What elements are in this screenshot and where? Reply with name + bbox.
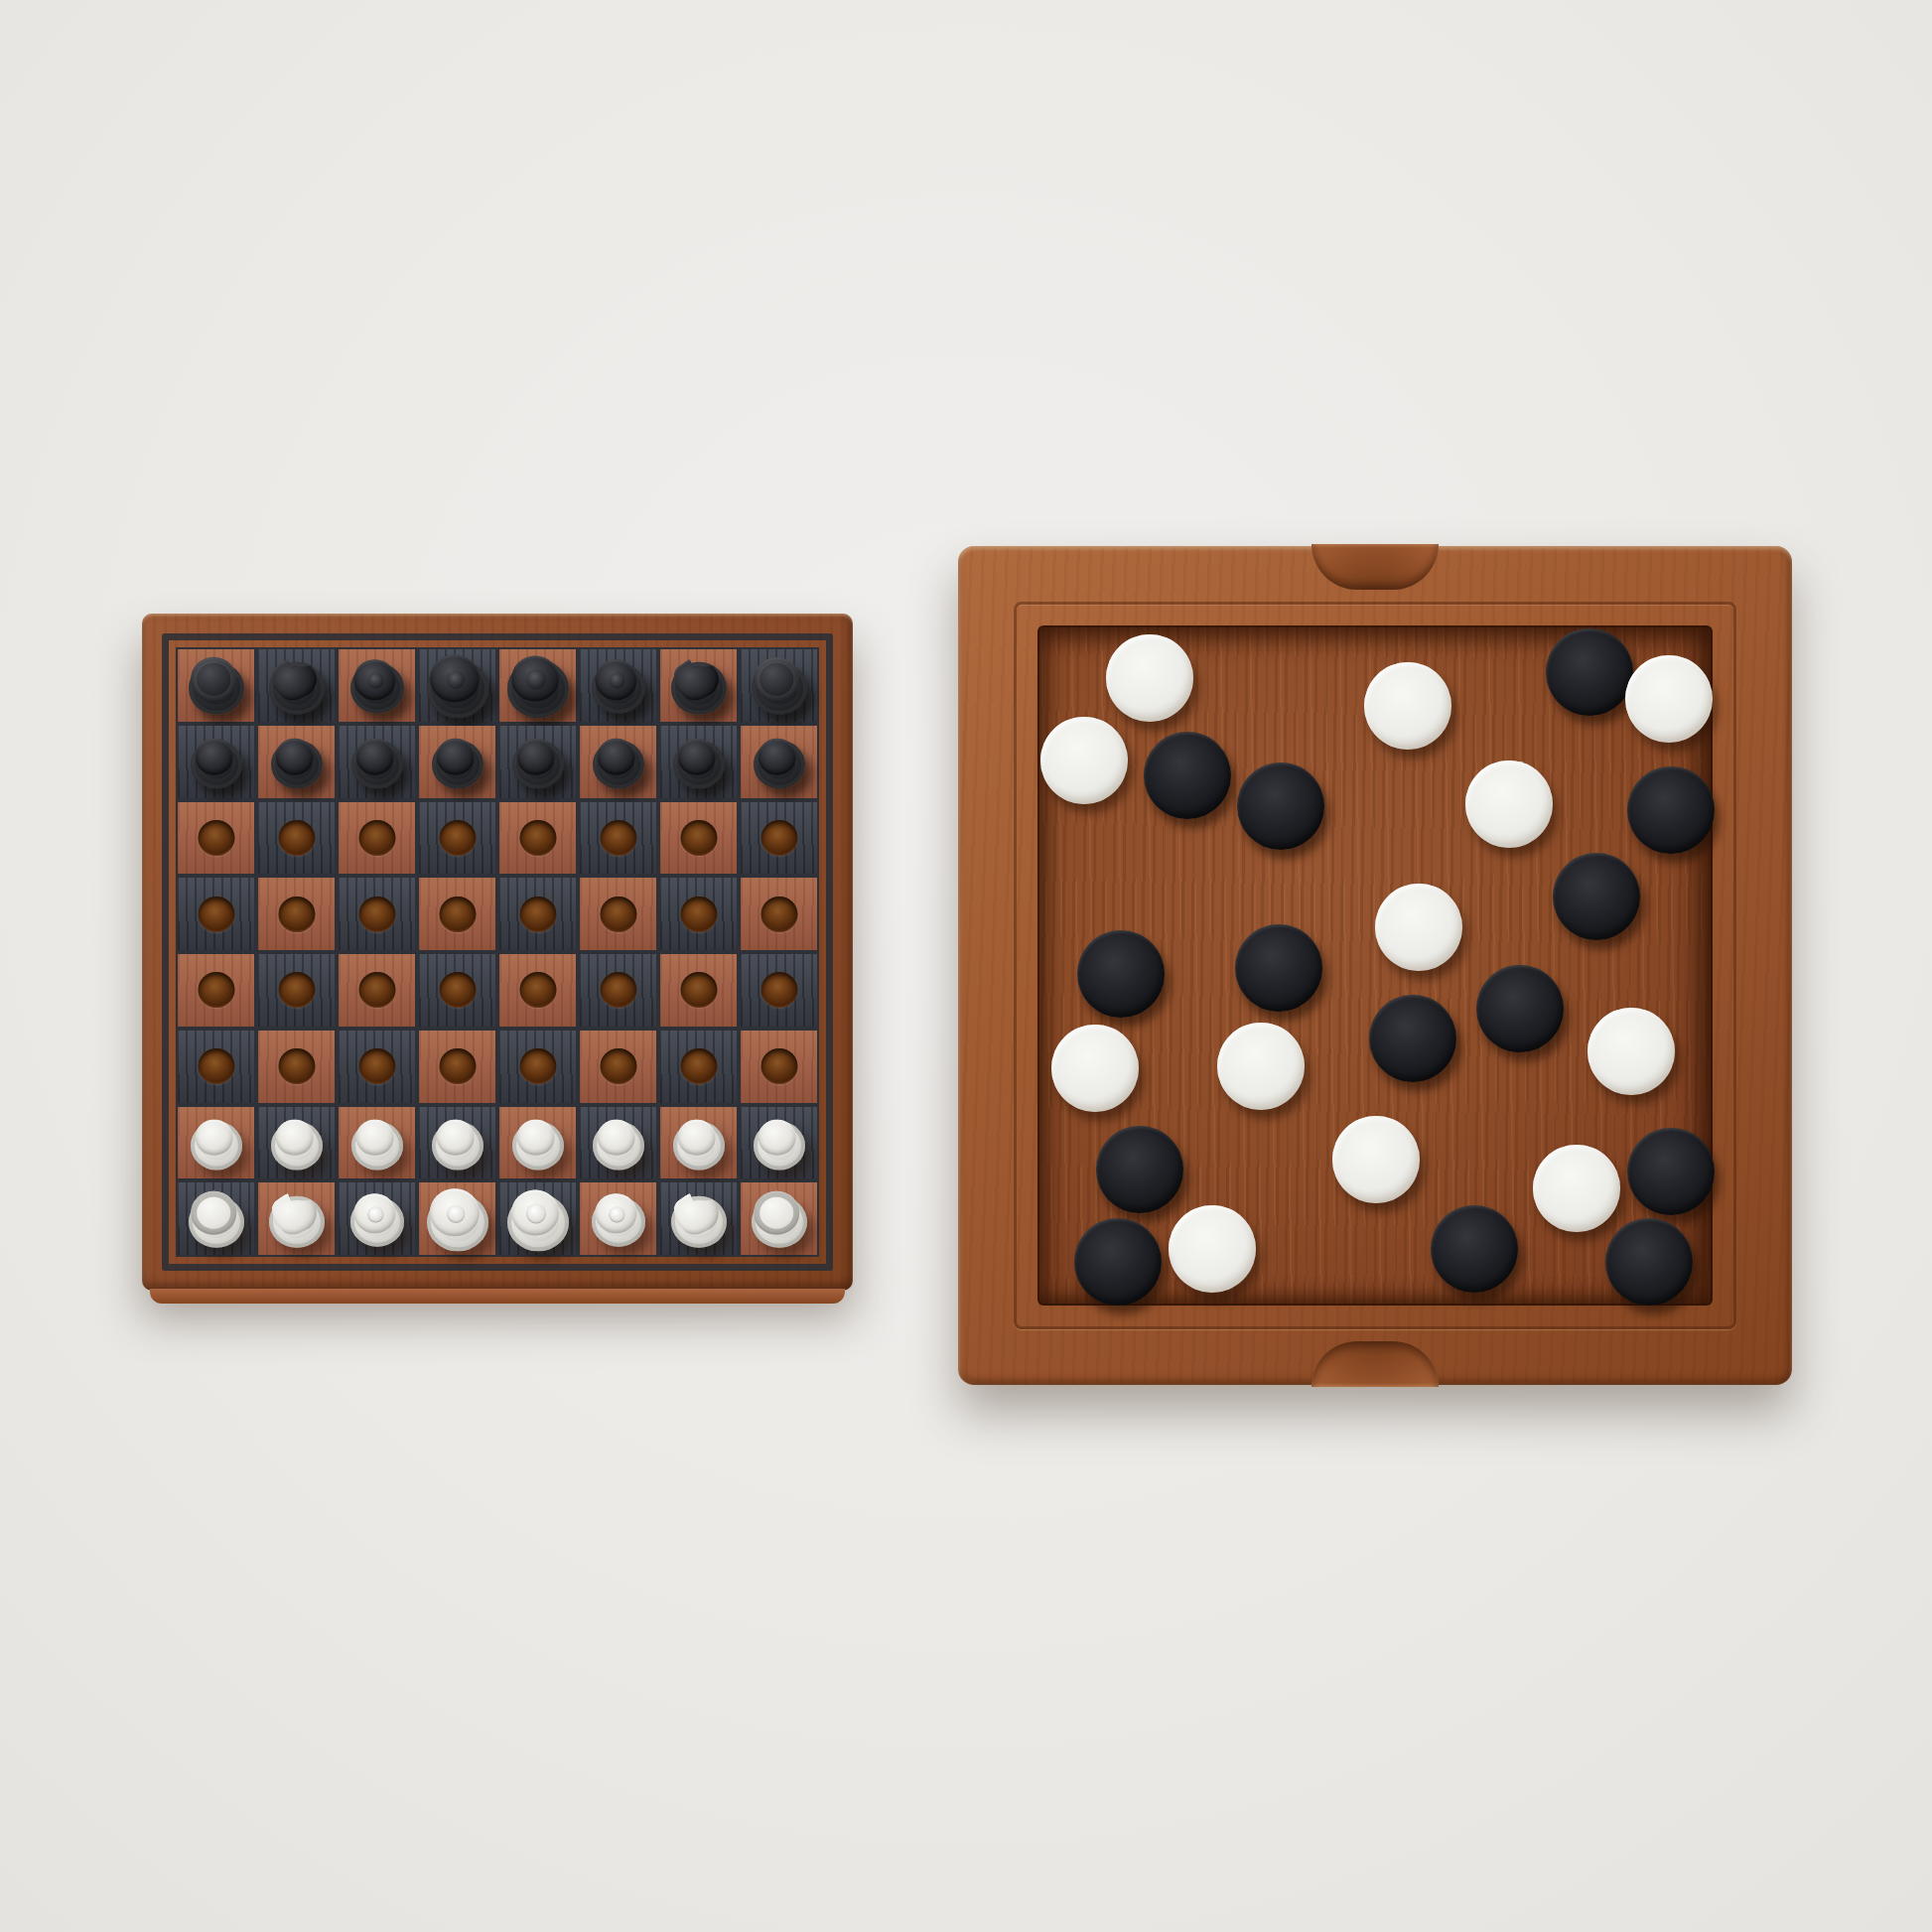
square-e6[interactable]	[497, 800, 578, 877]
square-h5[interactable]	[739, 876, 819, 952]
square-d6[interactable]	[417, 800, 497, 877]
draughts-disc-black[interactable]	[1237, 762, 1324, 850]
peg-hole	[680, 972, 717, 1008]
chess-piece-white-bishop[interactable]	[581, 1181, 656, 1257]
square-a4[interactable]	[176, 952, 256, 1029]
chess-piece-white-bishop[interactable]	[340, 1181, 415, 1257]
draughts-disc-black[interactable]	[1553, 853, 1640, 940]
square-d8[interactable]	[417, 647, 497, 724]
draughts-disc-black[interactable]	[1605, 1218, 1693, 1306]
chess-piece-white-pawn[interactable]	[581, 1105, 656, 1180]
peg-hole	[198, 897, 234, 932]
piece-top	[447, 671, 465, 689]
chess-piece-black-pawn[interactable]	[179, 724, 254, 799]
square-f3[interactable]	[578, 1029, 658, 1105]
peg-hole	[600, 1048, 636, 1084]
peg-hole	[278, 1048, 315, 1084]
chess-piece-white-pawn[interactable]	[661, 1105, 737, 1180]
square-a6[interactable]	[176, 800, 256, 877]
draughts-disc-black[interactable]	[1627, 1128, 1715, 1215]
draughts-disc-white[interactable]	[1587, 1008, 1675, 1095]
square-g7[interactable]	[658, 724, 739, 800]
peg-hole	[278, 972, 315, 1008]
square-b7[interactable]	[256, 724, 337, 800]
finger-notch-top	[1311, 544, 1439, 590]
square-b2[interactable]	[256, 1105, 337, 1181]
draughts-disc-black[interactable]	[1431, 1205, 1518, 1293]
scene	[0, 0, 1932, 1932]
square-a2[interactable]	[176, 1105, 256, 1181]
square-d5[interactable]	[417, 876, 497, 952]
piece-top	[447, 1205, 465, 1223]
chess-piece-white-king[interactable]	[500, 1181, 576, 1257]
square-a1[interactable]	[176, 1180, 256, 1257]
chess-piece-white-pawn[interactable]	[420, 1105, 495, 1180]
square-h7[interactable]	[739, 724, 819, 800]
square-c1[interactable]	[337, 1180, 417, 1257]
square-g1[interactable]	[658, 1180, 739, 1257]
draughts-disc-white[interactable]	[1051, 1025, 1139, 1112]
square-h8[interactable]	[739, 647, 819, 724]
square-d3[interactable]	[417, 1029, 497, 1105]
peg-hole	[278, 897, 315, 932]
peg-hole	[358, 820, 395, 856]
square-a5[interactable]	[176, 876, 256, 952]
piece-head	[754, 1190, 799, 1234]
square-f7[interactable]	[578, 724, 658, 800]
square-e7[interactable]	[497, 724, 578, 800]
piece-head	[754, 657, 799, 701]
chess-piece-white-rook[interactable]	[742, 1181, 817, 1257]
peg-hole	[439, 820, 476, 856]
peg-hole	[198, 820, 234, 856]
peg-hole	[358, 972, 395, 1008]
chess-piece-black-bishop[interactable]	[340, 647, 415, 723]
peg-hole	[358, 897, 395, 932]
draughts-disc-black[interactable]	[1627, 766, 1715, 854]
chess-piece-black-knight[interactable]	[661, 647, 737, 723]
draughts-disc-black[interactable]	[1369, 995, 1456, 1082]
peg-hole	[760, 1048, 797, 1084]
square-a8[interactable]	[176, 647, 256, 724]
peg-hole	[760, 820, 797, 856]
peg-hole	[439, 972, 476, 1008]
peg-hole	[439, 1048, 476, 1084]
square-f5[interactable]	[578, 876, 658, 952]
piece-head	[191, 657, 236, 701]
chess-piece-black-queen[interactable]	[420, 647, 495, 723]
square-e3[interactable]	[497, 1029, 578, 1105]
draughts-disc-white[interactable]	[1533, 1145, 1620, 1232]
chess-piece-black-pawn[interactable]	[581, 724, 656, 799]
peg-hole	[680, 820, 717, 856]
peg-hole	[198, 1048, 234, 1084]
draughts-disc-white[interactable]	[1040, 717, 1128, 804]
chess-piece-black-pawn[interactable]	[500, 724, 576, 799]
draughts-disc-white[interactable]	[1364, 662, 1451, 750]
peg-hole	[600, 820, 636, 856]
square-b5[interactable]	[256, 876, 337, 952]
chess-piece-white-pawn[interactable]	[179, 1105, 254, 1180]
square-c3[interactable]	[337, 1029, 417, 1105]
square-g3[interactable]	[658, 1029, 739, 1105]
piece-top	[526, 670, 546, 690]
chess-piece-black-rook[interactable]	[742, 647, 817, 723]
chess-piece-black-pawn[interactable]	[259, 724, 335, 799]
piece-top	[367, 673, 383, 689]
square-e4[interactable]	[497, 952, 578, 1029]
peg-hole	[600, 972, 636, 1008]
square-e1[interactable]	[497, 1180, 578, 1257]
draughts-tray	[958, 546, 1792, 1385]
chess-board	[142, 614, 853, 1291]
square-c5[interactable]	[337, 876, 417, 952]
square-f8[interactable]	[578, 647, 658, 724]
draughts-disc-black[interactable]	[1546, 628, 1633, 716]
square-d4[interactable]	[417, 952, 497, 1029]
chess-piece-black-pawn[interactable]	[420, 724, 495, 799]
piece-top	[609, 673, 624, 689]
square-e5[interactable]	[497, 876, 578, 952]
chess-piece-black-king[interactable]	[500, 647, 576, 723]
finger-notch-bottom	[1311, 1341, 1439, 1387]
draughts-disc-black[interactable]	[1096, 1126, 1183, 1213]
chess-piece-white-queen[interactable]	[420, 1181, 495, 1257]
chess-piece-black-pawn[interactable]	[661, 724, 737, 799]
square-g6[interactable]	[658, 800, 739, 877]
chess-piece-white-knight[interactable]	[259, 1181, 335, 1257]
piece-top	[609, 1206, 624, 1222]
square-g2[interactable]	[658, 1105, 739, 1181]
square-c4[interactable]	[337, 952, 417, 1029]
chess-piece-white-pawn[interactable]	[742, 1105, 817, 1180]
peg-hole	[198, 972, 234, 1008]
draughts-disc-white[interactable]	[1169, 1205, 1256, 1293]
draughts-disc-black[interactable]	[1144, 732, 1231, 819]
chess-piece-white-pawn[interactable]	[340, 1105, 415, 1180]
draughts-disc-white[interactable]	[1217, 1023, 1305, 1110]
square-h3[interactable]	[739, 1029, 819, 1105]
draughts-disc-black[interactable]	[1476, 965, 1564, 1052]
square-f2[interactable]	[578, 1105, 658, 1181]
square-h6[interactable]	[739, 800, 819, 877]
peg-hole	[760, 897, 797, 932]
square-h4[interactable]	[739, 952, 819, 1029]
draughts-disc-white[interactable]	[1625, 655, 1713, 743]
draughts-disc-black[interactable]	[1235, 924, 1322, 1012]
peg-hole	[278, 820, 315, 856]
chess-piece-white-knight[interactable]	[661, 1181, 737, 1257]
peg-hole	[519, 1048, 556, 1084]
draughts-disc-white[interactable]	[1106, 634, 1193, 722]
square-b8[interactable]	[256, 647, 337, 724]
square-g5[interactable]	[658, 876, 739, 952]
square-h2[interactable]	[739, 1105, 819, 1181]
square-d2[interactable]	[417, 1105, 497, 1181]
square-c8[interactable]	[337, 647, 417, 724]
peg-hole	[519, 820, 556, 856]
square-d7[interactable]	[417, 724, 497, 800]
square-c6[interactable]	[337, 800, 417, 877]
square-f4[interactable]	[578, 952, 658, 1029]
square-b3[interactable]	[256, 1029, 337, 1105]
square-d1[interactable]	[417, 1180, 497, 1257]
square-a7[interactable]	[176, 724, 256, 800]
draughts-disc-white[interactable]	[1375, 884, 1462, 971]
square-a3[interactable]	[176, 1029, 256, 1105]
peg-hole	[439, 897, 476, 932]
peg-hole	[358, 1048, 395, 1084]
peg-hole	[680, 897, 717, 932]
chess-piece-black-pawn[interactable]	[340, 724, 415, 799]
square-c2[interactable]	[337, 1105, 417, 1181]
square-e8[interactable]	[497, 647, 578, 724]
chess-piece-black-bishop[interactable]	[581, 647, 656, 723]
peg-hole	[600, 897, 636, 932]
peg-hole	[519, 972, 556, 1008]
chess-piece-white-pawn[interactable]	[259, 1105, 335, 1180]
piece-top	[367, 1206, 383, 1222]
square-h1[interactable]	[739, 1180, 819, 1257]
square-c7[interactable]	[337, 724, 417, 800]
piece-head	[191, 1190, 236, 1234]
peg-hole	[680, 1048, 717, 1084]
square-e2[interactable]	[497, 1105, 578, 1181]
square-b6[interactable]	[256, 800, 337, 877]
chess-piece-black-pawn[interactable]	[742, 724, 817, 799]
chess-piece-white-rook[interactable]	[179, 1181, 254, 1257]
chess-board-grid	[176, 647, 819, 1257]
chess-piece-black-knight[interactable]	[259, 647, 335, 723]
draughts-disc-black[interactable]	[1077, 930, 1165, 1018]
square-g4[interactable]	[658, 952, 739, 1029]
peg-hole	[760, 972, 797, 1008]
peg-hole	[519, 897, 556, 932]
draughts-disc-white[interactable]	[1465, 760, 1553, 848]
square-b4[interactable]	[256, 952, 337, 1029]
draughts-disc-white[interactable]	[1332, 1116, 1420, 1203]
piece-top	[526, 1203, 546, 1223]
tray-floor	[1037, 625, 1713, 1306]
square-f1[interactable]	[578, 1180, 658, 1257]
square-g8[interactable]	[658, 647, 739, 724]
square-f6[interactable]	[578, 800, 658, 877]
draughts-disc-black[interactable]	[1074, 1218, 1162, 1306]
chess-piece-white-pawn[interactable]	[500, 1105, 576, 1180]
chess-piece-black-rook[interactable]	[179, 647, 254, 723]
square-b1[interactable]	[256, 1180, 337, 1257]
